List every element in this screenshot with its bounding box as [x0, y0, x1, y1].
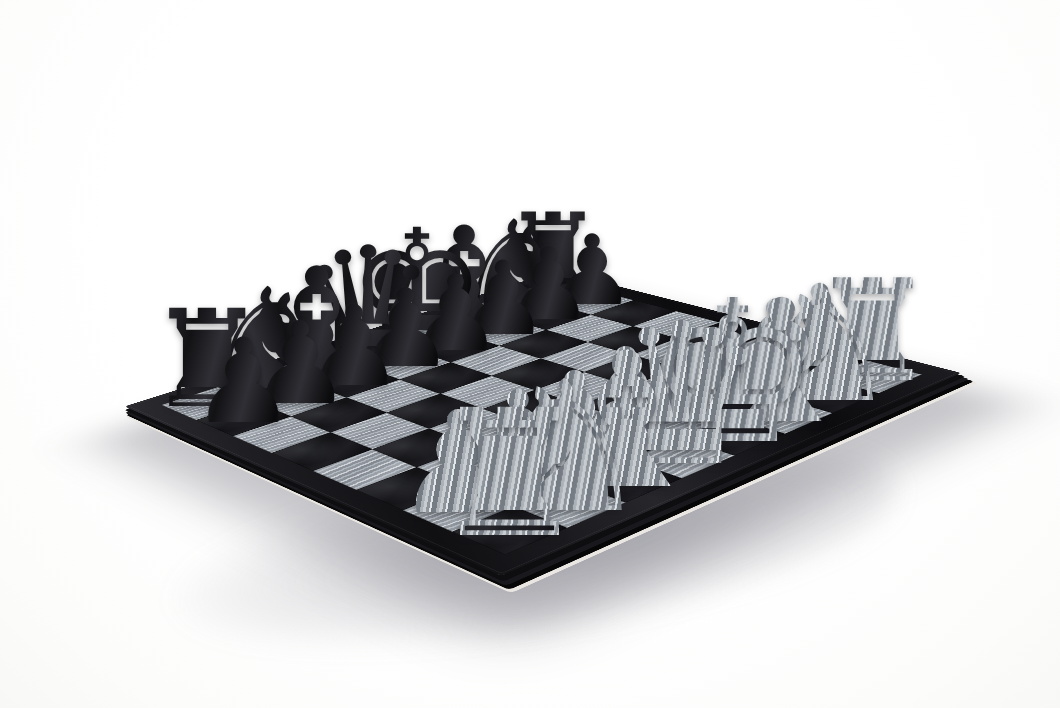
pieces-layer: ♜♟♞♟♝♟♚♟♛♟♟♝♜♟♟♞♞♟♟♜♝♟♟♚♟♛♟♝♟♞♟♜ [0, 0, 1060, 708]
photo-backdrop: ♜♟♞♟♝♟♚♟♛♟♟♝♜♟♟♞♞♟♟♜♝♟♟♚♟♛♟♝♟♞♟♜ [0, 0, 1060, 708]
black-pawn-a7[interactable]: ♟ [191, 323, 296, 440]
gray-rook-a1[interactable]: ♜ [431, 386, 589, 562]
